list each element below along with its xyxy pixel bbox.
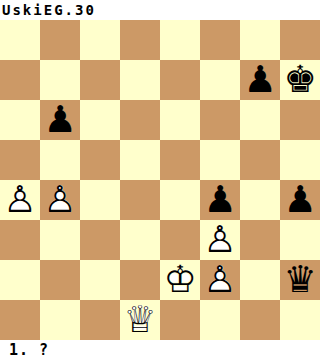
square-g4[interactable] [240,180,280,220]
square-d2[interactable] [120,260,160,300]
square-h3[interactable] [280,220,320,260]
square-c2[interactable] [80,260,120,300]
square-f4[interactable]: ♟ [200,180,240,220]
piece-black-pawn: ♟ [240,60,280,100]
square-e7[interactable] [160,60,200,100]
piece-black-king: ♚ [280,60,320,100]
square-f7[interactable] [200,60,240,100]
square-c8[interactable] [80,20,120,60]
square-e4[interactable] [160,180,200,220]
square-g2[interactable] [240,260,280,300]
black-queen-glyph: ♛ [280,260,320,300]
square-e1[interactable] [160,300,200,340]
piece-black-pawn: ♟ [280,180,320,220]
piece-white-king: ♚♔ [160,260,200,300]
square-f2[interactable]: ♟♙ [200,260,240,300]
chess-board: ♟♚♟♟♙♟♙♟♟♟♙♚♔♟♙♛♛♕ [0,20,320,340]
square-h7[interactable]: ♚ [280,60,320,100]
piece-black-pawn: ♟ [200,180,240,220]
square-g8[interactable] [240,20,280,60]
square-a6[interactable] [0,100,40,140]
piece-black-queen: ♛ [280,260,320,300]
square-d1[interactable]: ♛♕ [120,300,160,340]
square-g7[interactable]: ♟ [240,60,280,100]
piece-black-pawn: ♟ [40,100,80,140]
white-pawn-outline-glyph: ♙ [200,260,240,300]
square-a1[interactable] [0,300,40,340]
square-d4[interactable] [120,180,160,220]
square-e3[interactable] [160,220,200,260]
square-e5[interactable] [160,140,200,180]
white-pawn-outline-glyph: ♙ [0,180,40,220]
square-b7[interactable] [40,60,80,100]
square-f6[interactable] [200,100,240,140]
square-g6[interactable] [240,100,280,140]
square-c5[interactable] [80,140,120,180]
square-d3[interactable] [120,220,160,260]
square-c3[interactable] [80,220,120,260]
square-h1[interactable] [280,300,320,340]
square-a7[interactable] [0,60,40,100]
black-pawn-glyph: ♟ [280,180,320,220]
square-c7[interactable] [80,60,120,100]
white-queen-outline-glyph: ♕ [120,300,160,340]
square-d5[interactable] [120,140,160,180]
square-d7[interactable] [120,60,160,100]
white-pawn-outline-glyph: ♙ [40,180,80,220]
black-pawn-glyph: ♟ [240,60,280,100]
chess-diagram-window: UskiEG.30 ♟♚♟♟♙♟♙♟♟♟♙♚♔♟♙♛♛♕ 1. ? [0,0,320,360]
piece-white-pawn: ♟♙ [200,260,240,300]
square-e6[interactable] [160,100,200,140]
square-h6[interactable] [280,100,320,140]
square-b5[interactable] [40,140,80,180]
square-a8[interactable] [0,20,40,60]
square-h8[interactable] [280,20,320,60]
square-g1[interactable] [240,300,280,340]
move-prompt: 1. ? [0,340,320,360]
square-b1[interactable] [40,300,80,340]
square-h2[interactable]: ♛ [280,260,320,300]
square-b8[interactable] [40,20,80,60]
square-a2[interactable] [0,260,40,300]
square-g5[interactable] [240,140,280,180]
square-a4[interactable]: ♟♙ [0,180,40,220]
square-a3[interactable] [0,220,40,260]
piece-white-pawn: ♟♙ [40,180,80,220]
diagram-title: UskiEG.30 [0,0,320,20]
square-d8[interactable] [120,20,160,60]
square-e2[interactable]: ♚♔ [160,260,200,300]
piece-white-pawn: ♟♙ [0,180,40,220]
square-h5[interactable] [280,140,320,180]
square-b6[interactable]: ♟ [40,100,80,140]
square-f5[interactable] [200,140,240,180]
square-c6[interactable] [80,100,120,140]
square-h4[interactable]: ♟ [280,180,320,220]
square-d6[interactable] [120,100,160,140]
square-a5[interactable] [0,140,40,180]
square-f3[interactable]: ♟♙ [200,220,240,260]
square-f1[interactable] [200,300,240,340]
white-king-outline-glyph: ♔ [160,260,200,300]
black-king-glyph: ♚ [280,60,320,100]
piece-white-queen: ♛♕ [120,300,160,340]
square-c1[interactable] [80,300,120,340]
black-pawn-glyph: ♟ [40,100,80,140]
white-pawn-outline-glyph: ♙ [200,220,240,260]
square-g3[interactable] [240,220,280,260]
piece-white-pawn: ♟♙ [200,220,240,260]
square-c4[interactable] [80,180,120,220]
square-e8[interactable] [160,20,200,60]
square-b4[interactable]: ♟♙ [40,180,80,220]
square-f8[interactable] [200,20,240,60]
black-pawn-glyph: ♟ [200,180,240,220]
square-b2[interactable] [40,260,80,300]
square-b3[interactable] [40,220,80,260]
